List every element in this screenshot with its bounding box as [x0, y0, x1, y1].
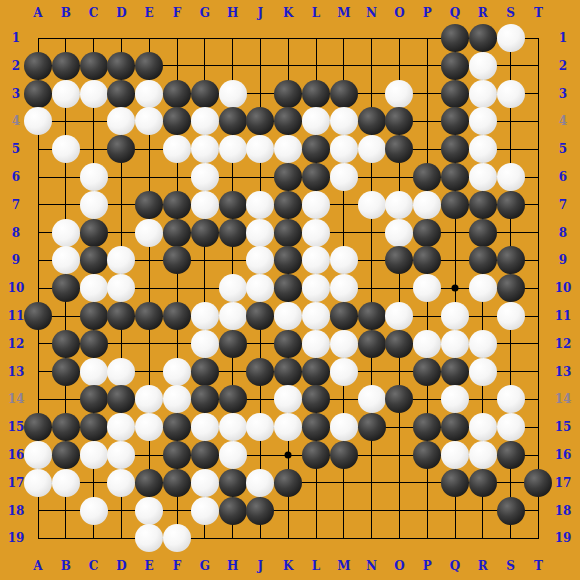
black-stone-A3[interactable] [24, 80, 52, 108]
column-label-bottom: K [283, 560, 293, 572]
row-label-right: 3 [559, 88, 567, 100]
white-stone-B3[interactable] [52, 80, 80, 108]
white-stone-G18[interactable] [191, 497, 219, 525]
white-stone-B5[interactable] [52, 135, 80, 163]
column-label-bottom: P [423, 560, 432, 572]
black-stone-P6[interactable] [413, 163, 441, 191]
black-stone-G8[interactable] [191, 219, 219, 247]
white-stone-B8[interactable] [52, 219, 80, 247]
black-stone-O9[interactable] [385, 246, 413, 274]
black-stone-K6[interactable] [274, 163, 302, 191]
white-stone-F14[interactable] [163, 385, 191, 413]
white-stone-C10[interactable] [80, 274, 108, 302]
column-label-top: D [116, 7, 126, 19]
white-stone-O11[interactable] [385, 302, 413, 330]
column-label-bottom: Q [450, 560, 460, 572]
black-stone-S10[interactable] [497, 274, 525, 302]
column-label-bottom: O [394, 560, 404, 572]
white-stone-A4[interactable] [24, 107, 52, 135]
white-stone-R16[interactable] [469, 441, 497, 469]
black-stone-Q5[interactable] [441, 135, 469, 163]
column-label-top: H [227, 7, 238, 19]
column-label-bottom: R [478, 560, 488, 572]
black-stone-F16[interactable] [163, 441, 191, 469]
row-label-left: 19 [8, 532, 25, 544]
black-stone-C15[interactable] [80, 413, 108, 441]
white-stone-F19[interactable] [163, 524, 191, 552]
white-stone-E14[interactable] [135, 385, 163, 413]
row-label-left: 7 [12, 199, 20, 211]
column-label-top: C [89, 7, 99, 19]
white-stone-D15[interactable] [107, 413, 135, 441]
white-stone-M5[interactable] [330, 135, 358, 163]
column-label-top: T [534, 7, 543, 19]
black-stone-D3[interactable] [107, 80, 135, 108]
black-stone-O14[interactable] [385, 385, 413, 413]
white-stone-H16[interactable] [219, 441, 247, 469]
white-stone-C13[interactable] [80, 358, 108, 386]
black-stone-Q7[interactable] [441, 191, 469, 219]
row-label-left: 14 [8, 393, 25, 405]
column-label-top: L [312, 7, 320, 19]
black-stone-A11[interactable] [24, 302, 52, 330]
white-stone-K15[interactable] [274, 413, 302, 441]
black-stone-J18[interactable] [246, 497, 274, 525]
black-stone-K8[interactable] [274, 219, 302, 247]
black-stone-P16[interactable] [413, 441, 441, 469]
grid-line-horizontal [38, 538, 539, 539]
column-label-top: N [366, 7, 377, 19]
black-stone-F9[interactable] [163, 246, 191, 274]
grid-line-vertical [538, 38, 539, 539]
row-label-right: 18 [555, 505, 572, 517]
black-stone-G3[interactable] [191, 80, 219, 108]
black-stone-L16[interactable] [302, 441, 330, 469]
row-label-left: 10 [8, 282, 25, 294]
white-stone-D17[interactable] [107, 469, 135, 497]
white-stone-F5[interactable] [163, 135, 191, 163]
white-stone-R13[interactable] [469, 358, 497, 386]
row-label-right: 1 [559, 32, 567, 44]
row-label-left: 15 [8, 421, 25, 433]
row-label-left: 13 [8, 366, 25, 378]
go-board-app: AABBCCDDEEFFGGHHJJKKLLMMNNOOPPQQRRSSTT11… [0, 0, 580, 580]
white-stone-D16[interactable] [107, 441, 135, 469]
black-stone-S9[interactable] [497, 246, 525, 274]
column-label-bottom: H [227, 560, 238, 572]
black-stone-Q17[interactable] [441, 469, 469, 497]
black-stone-H4[interactable] [219, 107, 247, 135]
black-stone-B16[interactable] [52, 441, 80, 469]
row-label-left: 5 [12, 143, 20, 155]
black-stone-R1[interactable] [469, 24, 497, 52]
column-label-bottom: E [145, 560, 154, 572]
black-stone-F8[interactable] [163, 219, 191, 247]
white-stone-N14[interactable] [358, 385, 386, 413]
white-stone-L10[interactable] [302, 274, 330, 302]
black-stone-H17[interactable] [219, 469, 247, 497]
black-stone-E17[interactable] [135, 469, 163, 497]
white-stone-D10[interactable] [107, 274, 135, 302]
white-stone-G4[interactable] [191, 107, 219, 135]
white-stone-G5[interactable] [191, 135, 219, 163]
black-stone-E11[interactable] [135, 302, 163, 330]
black-stone-G14[interactable] [191, 385, 219, 413]
black-stone-F4[interactable] [163, 107, 191, 135]
black-stone-J4[interactable] [246, 107, 274, 135]
black-stone-F7[interactable] [163, 191, 191, 219]
column-label-bottom: J [258, 560, 264, 572]
black-stone-H18[interactable] [219, 497, 247, 525]
column-label-top: O [394, 7, 404, 19]
column-label-top: G [200, 7, 210, 19]
black-stone-B10[interactable] [52, 274, 80, 302]
white-stone-G12[interactable] [191, 330, 219, 358]
black-stone-H8[interactable] [219, 219, 247, 247]
white-stone-R12[interactable] [469, 330, 497, 358]
black-stone-N11[interactable] [358, 302, 386, 330]
row-label-right: 13 [555, 366, 572, 378]
white-stone-F13[interactable] [163, 358, 191, 386]
star-point [452, 285, 459, 292]
row-label-left: 12 [8, 338, 25, 350]
row-label-right: 5 [559, 143, 567, 155]
column-label-bottom: M [337, 560, 350, 572]
black-stone-G16[interactable] [191, 441, 219, 469]
black-stone-A15[interactable] [24, 413, 52, 441]
black-stone-L3[interactable] [302, 80, 330, 108]
white-stone-E18[interactable] [135, 497, 163, 525]
black-stone-D2[interactable] [107, 52, 135, 80]
black-stone-R9[interactable] [469, 246, 497, 274]
row-label-left: 18 [8, 505, 25, 517]
black-stone-H12[interactable] [219, 330, 247, 358]
white-stone-C3[interactable] [80, 80, 108, 108]
row-label-right: 12 [555, 338, 572, 350]
black-stone-J13[interactable] [246, 358, 274, 386]
white-stone-L8[interactable] [302, 219, 330, 247]
black-stone-F3[interactable] [163, 80, 191, 108]
column-label-top: E [145, 7, 154, 19]
black-stone-K4[interactable] [274, 107, 302, 135]
white-stone-D13[interactable] [107, 358, 135, 386]
white-stone-E15[interactable] [135, 413, 163, 441]
black-stone-L13[interactable] [302, 358, 330, 386]
white-stone-L12[interactable] [302, 330, 330, 358]
black-stone-B15[interactable] [52, 413, 80, 441]
white-stone-R6[interactable] [469, 163, 497, 191]
white-stone-D9[interactable] [107, 246, 135, 274]
row-label-right: 6 [559, 171, 567, 183]
row-label-right: 11 [555, 310, 572, 322]
white-stone-C16[interactable] [80, 441, 108, 469]
black-stone-S18[interactable] [497, 497, 525, 525]
white-stone-P10[interactable] [413, 274, 441, 302]
white-stone-H15[interactable] [219, 413, 247, 441]
black-stone-R17[interactable] [469, 469, 497, 497]
white-stone-L11[interactable] [302, 302, 330, 330]
white-stone-N7[interactable] [358, 191, 386, 219]
column-label-top: R [478, 7, 488, 19]
black-stone-L14[interactable] [302, 385, 330, 413]
column-label-top: K [283, 7, 293, 19]
black-stone-D11[interactable] [107, 302, 135, 330]
row-label-left: 11 [8, 310, 25, 322]
white-stone-A16[interactable] [24, 441, 52, 469]
white-stone-L9[interactable] [302, 246, 330, 274]
star-point [285, 452, 292, 459]
column-label-bottom: T [534, 560, 543, 572]
white-stone-G11[interactable] [191, 302, 219, 330]
white-stone-B9[interactable] [52, 246, 80, 274]
row-label-right: 9 [559, 254, 567, 266]
black-stone-K17[interactable] [274, 469, 302, 497]
white-stone-J10[interactable] [246, 274, 274, 302]
white-stone-S6[interactable] [497, 163, 525, 191]
row-label-right: 2 [559, 60, 567, 72]
black-stone-P13[interactable] [413, 358, 441, 386]
white-stone-J17[interactable] [246, 469, 274, 497]
white-stone-O7[interactable] [385, 191, 413, 219]
black-stone-C14[interactable] [80, 385, 108, 413]
white-stone-M13[interactable] [330, 358, 358, 386]
black-stone-E7[interactable] [135, 191, 163, 219]
white-stone-J5[interactable] [246, 135, 274, 163]
column-label-bottom: A [33, 560, 42, 572]
column-label-bottom: S [506, 560, 515, 572]
white-stone-S11[interactable] [497, 302, 525, 330]
black-stone-J11[interactable] [246, 302, 274, 330]
column-label-bottom: L [312, 560, 320, 572]
row-label-right: 14 [555, 393, 572, 405]
black-stone-T17[interactable] [524, 469, 552, 497]
black-stone-D14[interactable] [107, 385, 135, 413]
column-label-top: M [337, 7, 350, 19]
black-stone-K9[interactable] [274, 246, 302, 274]
white-stone-E4[interactable] [135, 107, 163, 135]
black-stone-C11[interactable] [80, 302, 108, 330]
black-stone-Q3[interactable] [441, 80, 469, 108]
column-label-bottom: G [200, 560, 210, 572]
white-stone-M9[interactable] [330, 246, 358, 274]
white-stone-G17[interactable] [191, 469, 219, 497]
white-stone-M10[interactable] [330, 274, 358, 302]
black-stone-Q2[interactable] [441, 52, 469, 80]
black-stone-Q1[interactable] [441, 24, 469, 52]
white-stone-O8[interactable] [385, 219, 413, 247]
row-label-left: 8 [12, 227, 20, 239]
black-stone-M11[interactable] [330, 302, 358, 330]
black-stone-Q4[interactable] [441, 107, 469, 135]
white-stone-J9[interactable] [246, 246, 274, 274]
black-stone-P9[interactable] [413, 246, 441, 274]
column-label-top: S [506, 7, 515, 19]
white-stone-R10[interactable] [469, 274, 497, 302]
row-label-left: 1 [12, 32, 20, 44]
column-label-top: A [33, 7, 42, 19]
white-stone-S3[interactable] [497, 80, 525, 108]
white-stone-R5[interactable] [469, 135, 497, 163]
column-label-top: P [423, 7, 432, 19]
black-stone-R8[interactable] [469, 219, 497, 247]
white-stone-M4[interactable] [330, 107, 358, 135]
row-label-left: 16 [8, 449, 25, 461]
black-stone-N15[interactable] [358, 413, 386, 441]
white-stone-G15[interactable] [191, 413, 219, 441]
black-stone-H14[interactable] [219, 385, 247, 413]
white-stone-A17[interactable] [24, 469, 52, 497]
black-stone-E2[interactable] [135, 52, 163, 80]
black-stone-O4[interactable] [385, 107, 413, 135]
black-stone-Q13[interactable] [441, 358, 469, 386]
black-stone-F11[interactable] [163, 302, 191, 330]
black-stone-Q6[interactable] [441, 163, 469, 191]
white-stone-M15[interactable] [330, 413, 358, 441]
white-stone-J15[interactable] [246, 413, 274, 441]
black-stone-K10[interactable] [274, 274, 302, 302]
white-stone-E8[interactable] [135, 219, 163, 247]
row-label-right: 19 [555, 532, 572, 544]
white-stone-O3[interactable] [385, 80, 413, 108]
black-stone-C9[interactable] [80, 246, 108, 274]
black-stone-S16[interactable] [497, 441, 525, 469]
row-label-right: 7 [559, 199, 567, 211]
white-stone-K14[interactable] [274, 385, 302, 413]
row-label-left: 4 [12, 115, 20, 127]
white-stone-G6[interactable] [191, 163, 219, 191]
black-stone-G13[interactable] [191, 358, 219, 386]
white-stone-L7[interactable] [302, 191, 330, 219]
black-stone-L15[interactable] [302, 413, 330, 441]
white-stone-E3[interactable] [135, 80, 163, 108]
white-stone-C18[interactable] [80, 497, 108, 525]
white-stone-Q14[interactable] [441, 385, 469, 413]
white-stone-S15[interactable] [497, 413, 525, 441]
white-stone-M6[interactable] [330, 163, 358, 191]
black-stone-D5[interactable] [107, 135, 135, 163]
black-stone-O5[interactable] [385, 135, 413, 163]
column-label-bottom: D [116, 560, 126, 572]
row-label-right: 10 [555, 282, 572, 294]
black-stone-K3[interactable] [274, 80, 302, 108]
black-stone-A2[interactable] [24, 52, 52, 80]
black-stone-Q15[interactable] [441, 413, 469, 441]
black-stone-F15[interactable] [163, 413, 191, 441]
row-label-right: 16 [555, 449, 572, 461]
black-stone-C2[interactable] [80, 52, 108, 80]
white-stone-G7[interactable] [191, 191, 219, 219]
row-label-left: 3 [12, 88, 20, 100]
white-stone-B17[interactable] [52, 469, 80, 497]
column-label-top: F [173, 7, 182, 19]
black-stone-P8[interactable] [413, 219, 441, 247]
column-label-top: J [258, 7, 264, 19]
black-stone-B2[interactable] [52, 52, 80, 80]
black-stone-K12[interactable] [274, 330, 302, 358]
black-stone-L6[interactable] [302, 163, 330, 191]
black-stone-P15[interactable] [413, 413, 441, 441]
row-label-right: 15 [555, 421, 572, 433]
white-stone-D4[interactable] [107, 107, 135, 135]
white-stone-Q12[interactable] [441, 330, 469, 358]
white-stone-R3[interactable] [469, 80, 497, 108]
row-label-left: 6 [12, 171, 20, 183]
white-stone-Q11[interactable] [441, 302, 469, 330]
row-label-right: 8 [559, 227, 567, 239]
column-label-bottom: B [61, 560, 71, 572]
white-stone-K5[interactable] [274, 135, 302, 163]
white-stone-C6[interactable] [80, 163, 108, 191]
white-stone-M12[interactable] [330, 330, 358, 358]
column-label-bottom: N [366, 560, 377, 572]
grid-line-horizontal [38, 510, 539, 511]
white-stone-H3[interactable] [219, 80, 247, 108]
white-stone-R4[interactable] [469, 107, 497, 135]
black-stone-B12[interactable] [52, 330, 80, 358]
row-label-right: 17 [555, 477, 572, 489]
black-stone-M16[interactable] [330, 441, 358, 469]
white-stone-N5[interactable] [358, 135, 386, 163]
black-stone-K7[interactable] [274, 191, 302, 219]
white-stone-S1[interactable] [497, 24, 525, 52]
black-stone-H7[interactable] [219, 191, 247, 219]
row-label-right: 4 [559, 115, 567, 127]
black-stone-S7[interactable] [497, 191, 525, 219]
white-stone-C7[interactable] [80, 191, 108, 219]
black-stone-C8[interactable] [80, 219, 108, 247]
white-stone-S14[interactable] [497, 385, 525, 413]
white-stone-L4[interactable] [302, 107, 330, 135]
column-label-top: Q [450, 7, 460, 19]
black-stone-M3[interactable] [330, 80, 358, 108]
white-stone-E19[interactable] [135, 524, 163, 552]
black-stone-N12[interactable] [358, 330, 386, 358]
black-stone-B13[interactable] [52, 358, 80, 386]
white-stone-R2[interactable] [469, 52, 497, 80]
white-stone-K11[interactable] [274, 302, 302, 330]
black-stone-C12[interactable] [80, 330, 108, 358]
row-label-left: 9 [12, 254, 20, 266]
white-stone-Q16[interactable] [441, 441, 469, 469]
black-stone-K13[interactable] [274, 358, 302, 386]
white-stone-J8[interactable] [246, 219, 274, 247]
column-label-top: B [61, 7, 71, 19]
white-stone-H5[interactable] [219, 135, 247, 163]
black-stone-F17[interactable] [163, 469, 191, 497]
black-stone-N4[interactable] [358, 107, 386, 135]
row-label-left: 17 [8, 477, 25, 489]
column-label-bottom: C [89, 560, 99, 572]
column-label-bottom: F [173, 560, 182, 572]
black-stone-R7[interactable] [469, 191, 497, 219]
black-stone-O12[interactable] [385, 330, 413, 358]
black-stone-L5[interactable] [302, 135, 330, 163]
white-stone-R15[interactable] [469, 413, 497, 441]
white-stone-J7[interactable] [246, 191, 274, 219]
white-stone-P7[interactable] [413, 191, 441, 219]
white-stone-H11[interactable] [219, 302, 247, 330]
white-stone-P12[interactable] [413, 330, 441, 358]
row-label-left: 2 [12, 60, 20, 72]
white-stone-H10[interactable] [219, 274, 247, 302]
